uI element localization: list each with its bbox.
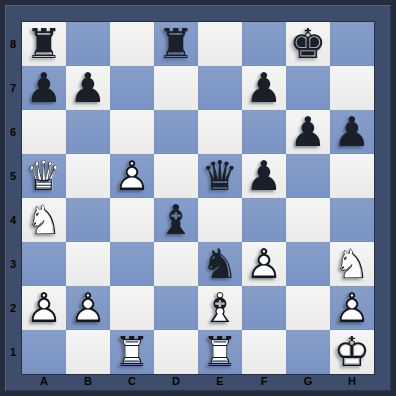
square-g7[interactable]: [286, 66, 330, 110]
black-piece-glyph: ♚: [286, 22, 330, 66]
rank-label-1: 1: [5, 330, 21, 374]
white-pawn-a2[interactable]: ♟♙: [22, 286, 66, 330]
square-f7[interactable]: ♟: [242, 66, 286, 110]
file-label-b: B: [66, 374, 110, 390]
white-knight-a4[interactable]: ♞♘: [22, 198, 66, 242]
white-knight-h3[interactable]: ♞♘: [330, 242, 374, 286]
file-label-e: E: [198, 374, 242, 390]
black-pawn-f5[interactable]: ♟: [242, 154, 286, 198]
square-b2[interactable]: ♟♙: [66, 286, 110, 330]
white-piece-outline: ♗: [198, 286, 242, 330]
square-b3[interactable]: [66, 242, 110, 286]
square-d8[interactable]: ♜: [154, 22, 198, 66]
black-pawn-b7[interactable]: ♟: [66, 66, 110, 110]
white-pawn-b2[interactable]: ♟♙: [66, 286, 110, 330]
square-e8[interactable]: [198, 22, 242, 66]
square-c5[interactable]: ♟♙: [110, 154, 154, 198]
black-piece-glyph: ♟: [22, 66, 66, 110]
square-d6[interactable]: [154, 110, 198, 154]
square-c7[interactable]: [110, 66, 154, 110]
square-d4[interactable]: ♝: [154, 198, 198, 242]
square-a2[interactable]: ♟♙: [22, 286, 66, 330]
black-piece-glyph: ♜: [22, 22, 66, 66]
square-a8[interactable]: ♜: [22, 22, 66, 66]
white-piece-outline: ♙: [66, 286, 110, 330]
square-e2[interactable]: ♝♗: [198, 286, 242, 330]
white-king-h1[interactable]: ♚♔: [330, 330, 374, 374]
black-pawn-f7[interactable]: ♟: [242, 66, 286, 110]
square-d2[interactable]: [154, 286, 198, 330]
file-label-f: F: [242, 374, 286, 390]
white-pawn-c5[interactable]: ♟♙: [110, 154, 154, 198]
square-a4[interactable]: ♞♘: [22, 198, 66, 242]
black-rook-d8[interactable]: ♜: [154, 22, 198, 66]
white-piece-outline: ♘: [22, 198, 66, 242]
rank-label-3: 3: [5, 242, 21, 286]
white-pawn-f3[interactable]: ♟♙: [242, 242, 286, 286]
square-f2[interactable]: [242, 286, 286, 330]
black-rook-a8[interactable]: ♜: [22, 22, 66, 66]
white-piece-outline: ♙: [242, 242, 286, 286]
rank-label-2: 2: [5, 286, 21, 330]
square-c6[interactable]: [110, 110, 154, 154]
black-piece-glyph: ♛: [198, 154, 242, 198]
square-f5[interactable]: ♟: [242, 154, 286, 198]
square-g3[interactable]: [286, 242, 330, 286]
black-piece-glyph: ♟: [66, 66, 110, 110]
square-f1[interactable]: [242, 330, 286, 374]
white-piece-outline: ♙: [110, 154, 154, 198]
rank-label-8: 8: [5, 22, 21, 66]
square-a6[interactable]: [22, 110, 66, 154]
square-h5[interactable]: [330, 154, 374, 198]
white-piece-outline: ♘: [330, 242, 374, 286]
rank-label-5: 5: [5, 154, 21, 198]
white-piece-outline: ♙: [330, 286, 374, 330]
square-f6[interactable]: [242, 110, 286, 154]
chess-board: ♜♜♚♟♟♟♟♟♛♕♟♙♛♟♞♘♝♞♟♙♞♘♟♙♟♙♝♗♟♙♜♖♜♖♚♔: [22, 22, 374, 374]
rank-label-4: 4: [5, 198, 21, 242]
black-piece-glyph: ♟: [242, 66, 286, 110]
square-b1[interactable]: [66, 330, 110, 374]
black-piece-glyph: ♟: [286, 110, 330, 154]
square-a1[interactable]: [22, 330, 66, 374]
square-h8[interactable]: [330, 22, 374, 66]
file-label-c: C: [110, 374, 154, 390]
square-g5[interactable]: [286, 154, 330, 198]
square-d1[interactable]: [154, 330, 198, 374]
black-piece-glyph: ♜: [154, 22, 198, 66]
square-a7[interactable]: ♟: [22, 66, 66, 110]
square-h6[interactable]: ♟: [330, 110, 374, 154]
white-rook-e1[interactable]: ♜♖: [198, 330, 242, 374]
square-e5[interactable]: ♛: [198, 154, 242, 198]
black-pawn-h6[interactable]: ♟: [330, 110, 374, 154]
white-piece-outline: ♕: [22, 154, 66, 198]
black-bishop-d4[interactable]: ♝: [154, 198, 198, 242]
square-a3[interactable]: [22, 242, 66, 286]
square-c2[interactable]: [110, 286, 154, 330]
square-b7[interactable]: ♟: [66, 66, 110, 110]
square-e7[interactable]: [198, 66, 242, 110]
square-e4[interactable]: [198, 198, 242, 242]
black-pawn-a7[interactable]: ♟: [22, 66, 66, 110]
square-a5[interactable]: ♛♕: [22, 154, 66, 198]
square-c1[interactable]: ♜♖: [110, 330, 154, 374]
square-h2[interactable]: ♟♙: [330, 286, 374, 330]
rank-label-7: 7: [5, 66, 21, 110]
square-c4[interactable]: [110, 198, 154, 242]
square-g2[interactable]: [286, 286, 330, 330]
black-king-g8[interactable]: ♚: [286, 22, 330, 66]
black-piece-glyph: ♞: [198, 242, 242, 286]
square-e6[interactable]: [198, 110, 242, 154]
white-pawn-h2[interactable]: ♟♙: [330, 286, 374, 330]
chess-board-frame: ♜♜♚♟♟♟♟♟♛♕♟♙♛♟♞♘♝♞♟♙♞♘♟♙♟♙♝♗♟♙♜♖♜♖♚♔ 876…: [0, 0, 396, 396]
square-b8[interactable]: [66, 22, 110, 66]
white-piece-outline: ♖: [198, 330, 242, 374]
square-f8[interactable]: [242, 22, 286, 66]
white-rook-c1[interactable]: ♜♖: [110, 330, 154, 374]
square-d7[interactable]: [154, 66, 198, 110]
black-piece-glyph: ♝: [154, 198, 198, 242]
white-queen-a5[interactable]: ♛♕: [22, 154, 66, 198]
black-piece-glyph: ♟: [330, 110, 374, 154]
square-b5[interactable]: [66, 154, 110, 198]
square-d3[interactable]: [154, 242, 198, 286]
black-queen-e5[interactable]: ♛: [198, 154, 242, 198]
square-h1[interactable]: ♚♔: [330, 330, 374, 374]
square-e3[interactable]: ♞: [198, 242, 242, 286]
file-label-g: G: [286, 374, 330, 390]
rank-label-6: 6: [5, 110, 21, 154]
file-label-d: D: [154, 374, 198, 390]
square-g6[interactable]: ♟: [286, 110, 330, 154]
square-b4[interactable]: [66, 198, 110, 242]
black-piece-glyph: ♟: [242, 154, 286, 198]
square-b6[interactable]: [66, 110, 110, 154]
square-h4[interactable]: [330, 198, 374, 242]
square-g8[interactable]: ♚: [286, 22, 330, 66]
square-g1[interactable]: [286, 330, 330, 374]
square-h3[interactable]: ♞♘: [330, 242, 374, 286]
square-f3[interactable]: ♟♙: [242, 242, 286, 286]
black-pawn-g6[interactable]: ♟: [286, 110, 330, 154]
white-piece-outline: ♔: [330, 330, 374, 374]
white-bishop-e2[interactable]: ♝♗: [198, 286, 242, 330]
white-piece-outline: ♙: [22, 286, 66, 330]
black-knight-e3[interactable]: ♞: [198, 242, 242, 286]
white-piece-outline: ♖: [110, 330, 154, 374]
square-c8[interactable]: [110, 22, 154, 66]
square-f4[interactable]: [242, 198, 286, 242]
square-c3[interactable]: [110, 242, 154, 286]
square-e1[interactable]: ♜♖: [198, 330, 242, 374]
file-label-h: H: [330, 374, 374, 390]
square-d5[interactable]: [154, 154, 198, 198]
square-h7[interactable]: [330, 66, 374, 110]
file-label-a: A: [22, 374, 66, 390]
square-g4[interactable]: [286, 198, 330, 242]
